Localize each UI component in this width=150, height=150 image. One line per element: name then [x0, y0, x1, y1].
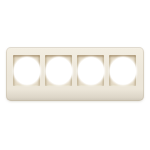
module-opening-1 [13, 55, 40, 86]
wallplate-frame [6, 47, 144, 101]
round-cutout [14, 57, 40, 84]
product-photo [0, 0, 150, 150]
round-cutout [46, 57, 72, 84]
module-opening-4 [109, 55, 136, 86]
module-opening-3 [77, 55, 104, 86]
module-opening-2 [45, 55, 72, 86]
round-cutout [110, 57, 136, 84]
module-row [13, 55, 136, 86]
round-cutout [78, 57, 104, 84]
